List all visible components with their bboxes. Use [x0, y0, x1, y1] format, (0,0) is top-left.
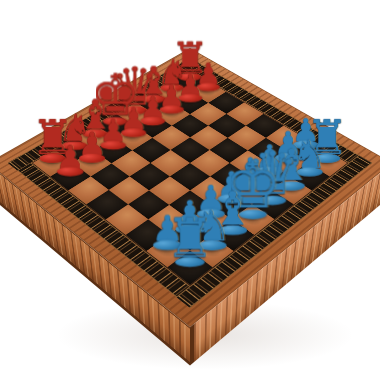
chess-set-photo: ♜♟♟♜♞♟♟♞♝♟♟♝♛♟♟♛♚♟♟♚♝♟♟♝♞♟♟♞♜♟♟♜ [0, 0, 380, 380]
square-r5c3 [130, 163, 170, 190]
blue-rook-glyph: ♜ [166, 213, 215, 263]
piece-blue-rook: ♜ [167, 213, 212, 268]
piece-red-pawn: ♟ [50, 142, 91, 176]
chess-board-box: ♜♟♟♜♞♟♟♞♝♟♟♝♛♟♟♛♚♟♟♚♝♟♟♝♞♟♟♞♜♟♟♜ [0, 48, 380, 327]
board-top-surface: ♜♟♟♜♞♟♟♞♝♟♟♝♛♟♟♛♚♟♟♚♝♟♟♝♞♟♟♞♜♟♟♜ [0, 48, 380, 327]
